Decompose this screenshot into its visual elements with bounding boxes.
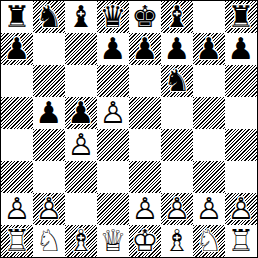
square-b8[interactable]: ♞♞ — [33, 1, 65, 33]
square-e1[interactable]: ♚♔ — [129, 225, 161, 257]
square-h1[interactable]: ♜♖ — [225, 225, 257, 257]
piece-glyph: ♘ — [33, 225, 65, 257]
piece-black-bishop: ♝♝ — [65, 1, 97, 33]
square-c2[interactable] — [65, 193, 97, 225]
piece-black-pawn: ♟♟ — [1, 33, 33, 65]
square-h5[interactable] — [225, 97, 257, 129]
chess-board: ♜♜♞♞♝♝♛♛♚♚♝♝♜♜♟♟♟♟♟♟♟♟♟♟♟♟♞♞♟♟♟♟♟♙♟♙♟♙♟♙… — [1, 1, 257, 257]
piece-glyph: ♝ — [161, 1, 193, 33]
square-h4[interactable] — [225, 129, 257, 161]
square-g8[interactable] — [193, 1, 225, 33]
piece-glyph: ♚ — [129, 1, 161, 33]
piece-white-rook: ♜♖ — [225, 225, 257, 257]
piece-glyph: ♙ — [161, 193, 193, 225]
piece-glyph: ♝ — [65, 1, 97, 33]
square-c7[interactable] — [65, 33, 97, 65]
piece-glyph: ♜ — [225, 1, 257, 33]
piece-black-pawn: ♟♟ — [225, 33, 257, 65]
square-h6[interactable] — [225, 65, 257, 97]
piece-glyph: ♙ — [65, 129, 97, 161]
piece-black-knight: ♞♞ — [161, 65, 193, 97]
piece-white-pawn: ♟♙ — [65, 129, 97, 161]
piece-glyph: ♟ — [1, 33, 33, 65]
piece-white-bishop: ♝♗ — [161, 225, 193, 257]
square-f5[interactable] — [161, 97, 193, 129]
square-d7[interactable]: ♟♟ — [97, 33, 129, 65]
piece-black-pawn: ♟♟ — [129, 33, 161, 65]
piece-white-pawn: ♟♙ — [161, 193, 193, 225]
piece-glyph: ♟ — [225, 33, 257, 65]
square-d2[interactable] — [97, 193, 129, 225]
square-d8[interactable]: ♛♛ — [97, 1, 129, 33]
square-b6[interactable] — [33, 65, 65, 97]
square-f3[interactable] — [161, 161, 193, 193]
square-a8[interactable]: ♜♜ — [1, 1, 33, 33]
square-c8[interactable]: ♝♝ — [65, 1, 97, 33]
piece-white-bishop: ♝♗ — [65, 225, 97, 257]
square-a1[interactable]: ♜♖ — [1, 225, 33, 257]
piece-white-queen: ♛♕ — [97, 225, 129, 257]
square-e5[interactable] — [129, 97, 161, 129]
square-e8[interactable]: ♚♚ — [129, 1, 161, 33]
piece-glyph: ♙ — [225, 193, 257, 225]
piece-black-knight: ♞♞ — [33, 1, 65, 33]
square-h2[interactable]: ♟♙ — [225, 193, 257, 225]
piece-white-pawn: ♟♙ — [97, 97, 129, 129]
square-a7[interactable]: ♟♟ — [1, 33, 33, 65]
piece-glyph: ♛ — [97, 1, 129, 33]
piece-white-pawn: ♟♙ — [33, 193, 65, 225]
piece-glyph: ♟ — [129, 33, 161, 65]
square-c1[interactable]: ♝♗ — [65, 225, 97, 257]
piece-black-bishop: ♝♝ — [161, 1, 193, 33]
square-h3[interactable] — [225, 161, 257, 193]
square-d5[interactable]: ♟♙ — [97, 97, 129, 129]
square-g2[interactable]: ♟♙ — [193, 193, 225, 225]
piece-glyph: ♗ — [65, 225, 97, 257]
square-b3[interactable] — [33, 161, 65, 193]
piece-black-queen: ♛♛ — [97, 1, 129, 33]
square-g4[interactable] — [193, 129, 225, 161]
square-g1[interactable]: ♞♘ — [193, 225, 225, 257]
piece-black-rook: ♜♜ — [1, 1, 33, 33]
piece-glyph: ♖ — [1, 225, 33, 257]
piece-glyph: ♙ — [1, 193, 33, 225]
square-b1[interactable]: ♞♘ — [33, 225, 65, 257]
piece-white-pawn: ♟♙ — [225, 193, 257, 225]
square-g3[interactable] — [193, 161, 225, 193]
square-d1[interactable]: ♛♕ — [97, 225, 129, 257]
piece-white-king: ♚♔ — [129, 225, 161, 257]
square-d3[interactable] — [97, 161, 129, 193]
piece-white-pawn: ♟♙ — [1, 193, 33, 225]
piece-white-pawn: ♟♙ — [129, 193, 161, 225]
piece-glyph: ♞ — [33, 1, 65, 33]
square-b2[interactable]: ♟♙ — [33, 193, 65, 225]
square-b4[interactable] — [33, 129, 65, 161]
square-a3[interactable] — [1, 161, 33, 193]
piece-glyph: ♘ — [193, 225, 225, 257]
piece-black-pawn: ♟♟ — [33, 97, 65, 129]
square-c3[interactable] — [65, 161, 97, 193]
piece-white-knight: ♞♘ — [33, 225, 65, 257]
square-e6[interactable] — [129, 65, 161, 97]
square-d4[interactable] — [97, 129, 129, 161]
square-b5[interactable]: ♟♟ — [33, 97, 65, 129]
piece-glyph: ♗ — [161, 225, 193, 257]
square-e7[interactable]: ♟♟ — [129, 33, 161, 65]
piece-white-pawn: ♟♙ — [193, 193, 225, 225]
square-g5[interactable] — [193, 97, 225, 129]
square-a2[interactable]: ♟♙ — [1, 193, 33, 225]
piece-glyph: ♙ — [33, 193, 65, 225]
piece-glyph: ♙ — [193, 193, 225, 225]
piece-glyph: ♞ — [161, 65, 193, 97]
piece-white-knight: ♞♘ — [193, 225, 225, 257]
piece-black-pawn: ♟♟ — [193, 33, 225, 65]
piece-glyph: ♕ — [97, 225, 129, 257]
piece-black-pawn: ♟♟ — [161, 33, 193, 65]
square-e3[interactable] — [129, 161, 161, 193]
square-b7[interactable] — [33, 33, 65, 65]
square-a6[interactable] — [1, 65, 33, 97]
piece-black-pawn: ♟♟ — [65, 97, 97, 129]
piece-glyph: ♜ — [1, 1, 33, 33]
square-a5[interactable] — [1, 97, 33, 129]
piece-black-king: ♚♚ — [129, 1, 161, 33]
piece-white-rook: ♜♖ — [1, 225, 33, 257]
square-h7[interactable]: ♟♟ — [225, 33, 257, 65]
square-f1[interactable]: ♝♗ — [161, 225, 193, 257]
square-d6[interactable] — [97, 65, 129, 97]
piece-glyph: ♟ — [97, 33, 129, 65]
piece-glyph: ♟ — [65, 97, 97, 129]
square-e2[interactable]: ♟♙ — [129, 193, 161, 225]
square-g6[interactable] — [193, 65, 225, 97]
square-a4[interactable] — [1, 129, 33, 161]
square-f8[interactable]: ♝♝ — [161, 1, 193, 33]
square-f2[interactable]: ♟♙ — [161, 193, 193, 225]
square-c4[interactable]: ♟♙ — [65, 129, 97, 161]
piece-glyph: ♖ — [225, 225, 257, 257]
chess-board-frame: ♜♜♞♞♝♝♛♛♚♚♝♝♜♜♟♟♟♟♟♟♟♟♟♟♟♟♞♞♟♟♟♟♟♙♟♙♟♙♟♙… — [0, 0, 258, 258]
piece-glyph: ♟ — [193, 33, 225, 65]
square-c6[interactable] — [65, 65, 97, 97]
piece-glyph: ♟ — [33, 97, 65, 129]
piece-glyph: ♙ — [129, 193, 161, 225]
piece-black-rook: ♜♜ — [225, 1, 257, 33]
piece-black-pawn: ♟♟ — [97, 33, 129, 65]
square-g7[interactable]: ♟♟ — [193, 33, 225, 65]
square-e4[interactable] — [129, 129, 161, 161]
piece-glyph: ♟ — [161, 33, 193, 65]
piece-glyph: ♔ — [129, 225, 161, 257]
square-f4[interactable] — [161, 129, 193, 161]
square-f6[interactable]: ♞♞ — [161, 65, 193, 97]
square-f7[interactable]: ♟♟ — [161, 33, 193, 65]
piece-glyph: ♙ — [97, 97, 129, 129]
square-h8[interactable]: ♜♜ — [225, 1, 257, 33]
square-c5[interactable]: ♟♟ — [65, 97, 97, 129]
